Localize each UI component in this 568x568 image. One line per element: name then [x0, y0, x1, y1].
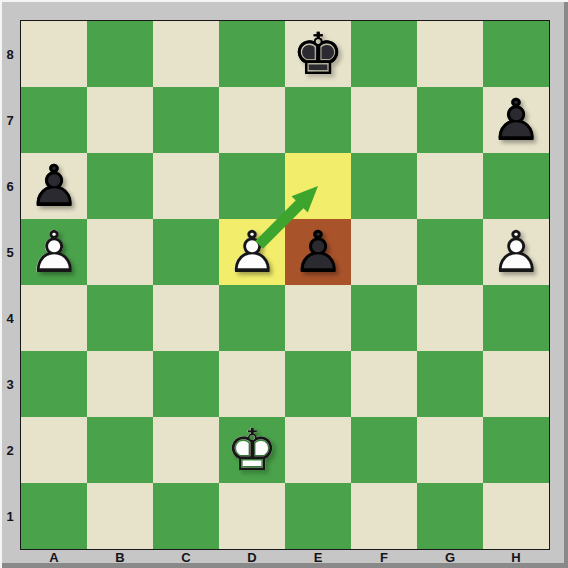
file-label-g: G: [417, 550, 483, 564]
rank-label-6: 6: [1, 153, 19, 219]
square-d1[interactable]: [219, 483, 285, 549]
square-f8[interactable]: [351, 21, 417, 87]
square-b4[interactable]: [87, 285, 153, 351]
square-f3[interactable]: [351, 351, 417, 417]
black-pawn-h7[interactable]: ♟♙: [483, 87, 549, 153]
square-b5[interactable]: [87, 219, 153, 285]
square-h6[interactable]: [483, 153, 549, 219]
chess-diagram-window: ♚♔♟♙♟♙♟♙♟♙♟♙♟♙♚♔ 87654321 ABCDEFGH: [0, 0, 568, 568]
rank-label-8: 8: [1, 21, 19, 87]
square-b7[interactable]: [87, 87, 153, 153]
square-b2[interactable]: [87, 417, 153, 483]
rank-label-3: 3: [1, 351, 19, 417]
square-d4[interactable]: [219, 285, 285, 351]
square-e7[interactable]: [285, 87, 351, 153]
square-b3[interactable]: [87, 351, 153, 417]
file-label-b: B: [87, 550, 153, 564]
square-f2[interactable]: [351, 417, 417, 483]
square-c3[interactable]: [153, 351, 219, 417]
square-g1[interactable]: [417, 483, 483, 549]
square-g8[interactable]: [417, 21, 483, 87]
square-c1[interactable]: [153, 483, 219, 549]
white-king-d2[interactable]: ♚♔: [219, 417, 285, 483]
square-d7[interactable]: [219, 87, 285, 153]
square-e6[interactable]: [285, 153, 351, 219]
black-pawn-a6[interactable]: ♟♙: [21, 153, 87, 219]
rank-label-4: 4: [1, 285, 19, 351]
square-c4[interactable]: [153, 285, 219, 351]
square-b1[interactable]: [87, 483, 153, 549]
square-g4[interactable]: [417, 285, 483, 351]
square-a2[interactable]: [21, 417, 87, 483]
file-label-d: D: [219, 550, 285, 564]
file-label-h: H: [483, 550, 549, 564]
file-label-a: A: [21, 550, 87, 564]
square-h5[interactable]: ♟♙: [483, 219, 549, 285]
square-c8[interactable]: [153, 21, 219, 87]
square-f1[interactable]: [351, 483, 417, 549]
square-a5[interactable]: ♟♙: [21, 219, 87, 285]
square-a1[interactable]: [21, 483, 87, 549]
square-a4[interactable]: [21, 285, 87, 351]
square-g7[interactable]: [417, 87, 483, 153]
square-a6[interactable]: ♟♙: [21, 153, 87, 219]
square-d2[interactable]: ♚♔: [219, 417, 285, 483]
rank-label-1: 1: [1, 483, 19, 549]
rank-label-2: 2: [1, 417, 19, 483]
white-pawn-a5[interactable]: ♟♙: [21, 219, 87, 285]
rank-label-7: 7: [1, 87, 19, 153]
square-c7[interactable]: [153, 87, 219, 153]
square-b8[interactable]: [87, 21, 153, 87]
square-e5[interactable]: ♟♙: [285, 219, 351, 285]
square-a3[interactable]: [21, 351, 87, 417]
square-d3[interactable]: [219, 351, 285, 417]
square-c6[interactable]: [153, 153, 219, 219]
square-c5[interactable]: [153, 219, 219, 285]
square-a8[interactable]: [21, 21, 87, 87]
file-label-c: C: [153, 550, 219, 564]
rank-label-5: 5: [1, 219, 19, 285]
square-e3[interactable]: [285, 351, 351, 417]
square-g6[interactable]: [417, 153, 483, 219]
square-h2[interactable]: [483, 417, 549, 483]
chess-board: ♚♔♟♙♟♙♟♙♟♙♟♙♟♙♚♔: [20, 20, 550, 550]
square-h3[interactable]: [483, 351, 549, 417]
square-e4[interactable]: [285, 285, 351, 351]
square-e1[interactable]: [285, 483, 351, 549]
black-pawn-e5[interactable]: ♟♙: [285, 219, 351, 285]
square-f5[interactable]: [351, 219, 417, 285]
square-d5[interactable]: ♟♙: [219, 219, 285, 285]
white-pawn-h5[interactable]: ♟♙: [483, 219, 549, 285]
square-f4[interactable]: [351, 285, 417, 351]
file-label-f: F: [351, 550, 417, 564]
square-a7[interactable]: [21, 87, 87, 153]
square-g2[interactable]: [417, 417, 483, 483]
square-h4[interactable]: [483, 285, 549, 351]
white-pawn-d5[interactable]: ♟♙: [219, 219, 285, 285]
square-d8[interactable]: [219, 21, 285, 87]
square-g5[interactable]: [417, 219, 483, 285]
square-c2[interactable]: [153, 417, 219, 483]
square-h1[interactable]: [483, 483, 549, 549]
square-h7[interactable]: ♟♙: [483, 87, 549, 153]
square-g3[interactable]: [417, 351, 483, 417]
square-e8[interactable]: ♚♔: [285, 21, 351, 87]
square-h8[interactable]: [483, 21, 549, 87]
square-d6[interactable]: [219, 153, 285, 219]
square-f6[interactable]: [351, 153, 417, 219]
square-b6[interactable]: [87, 153, 153, 219]
square-f7[interactable]: [351, 87, 417, 153]
square-e2[interactable]: [285, 417, 351, 483]
file-label-e: E: [285, 550, 351, 564]
black-king-e8[interactable]: ♚♔: [285, 21, 351, 87]
